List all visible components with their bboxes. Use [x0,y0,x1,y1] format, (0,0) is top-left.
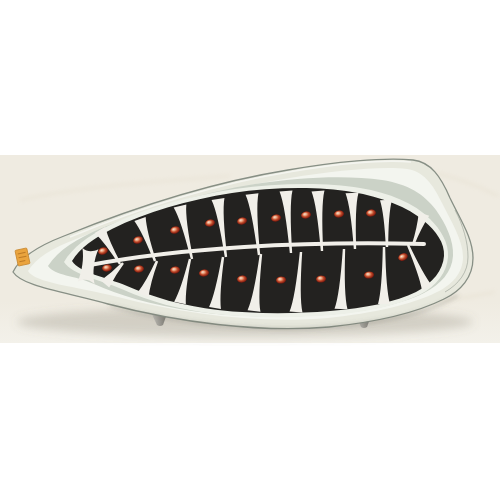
auction-photo [0,0,500,500]
photo-canvas [0,0,500,500]
